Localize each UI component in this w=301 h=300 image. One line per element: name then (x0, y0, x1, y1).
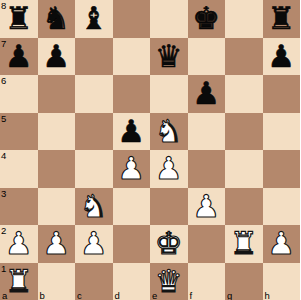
square-f6[interactable]: ♟ (188, 75, 226, 113)
square-h8[interactable]: ♜ (263, 0, 301, 38)
square-h7[interactable]: ♟ (263, 38, 301, 76)
square-c2[interactable]: ♟ (75, 225, 113, 263)
square-h6[interactable] (263, 75, 301, 113)
piece-white-knight[interactable]: ♞ (155, 113, 183, 151)
square-a1[interactable]: 1a♜ (0, 263, 38, 300)
square-a8[interactable]: 8♜ (0, 0, 38, 38)
square-b4[interactable] (38, 150, 76, 188)
square-f2[interactable] (188, 225, 226, 263)
square-a6[interactable]: 6 (0, 75, 38, 113)
square-d6[interactable] (113, 75, 151, 113)
square-f1[interactable]: f (188, 263, 226, 300)
square-h5[interactable] (263, 113, 301, 151)
piece-black-pawn[interactable]: ♟ (117, 113, 145, 151)
square-b1[interactable]: b (38, 263, 76, 300)
square-c1[interactable]: c (75, 263, 113, 300)
square-e4[interactable]: ♟ (150, 150, 188, 188)
square-e5[interactable]: ♞ (150, 113, 188, 151)
piece-white-pawn[interactable]: ♟ (80, 225, 108, 263)
square-c7[interactable] (75, 38, 113, 76)
square-a4[interactable]: 4 (0, 150, 38, 188)
square-e3[interactable] (150, 188, 188, 226)
rank-label-4: 4 (1, 151, 6, 161)
square-c6[interactable] (75, 75, 113, 113)
square-a5[interactable]: 5 (0, 113, 38, 151)
file-label-g: g (227, 291, 232, 300)
piece-black-pawn[interactable]: ♟ (192, 75, 220, 113)
square-g5[interactable] (225, 113, 263, 151)
chess-board: 8♜♞♝♚♜7♟♟♛♟6♟5♟♞4♟♟3♞♟2♟♟♟♚♜♟1a♜bcde♛fgh (0, 0, 300, 300)
rank-label-6: 6 (1, 76, 6, 86)
piece-black-rook[interactable]: ♜ (5, 0, 33, 38)
piece-white-rook[interactable]: ♜ (230, 225, 258, 263)
piece-white-pawn[interactable]: ♟ (267, 225, 295, 263)
square-e8[interactable] (150, 0, 188, 38)
square-d1[interactable]: d (113, 263, 151, 300)
square-c5[interactable] (75, 113, 113, 151)
square-a3[interactable]: 3 (0, 188, 38, 226)
piece-white-pawn[interactable]: ♟ (5, 225, 33, 263)
square-g7[interactable] (225, 38, 263, 76)
square-h3[interactable] (263, 188, 301, 226)
square-e1[interactable]: e♛ (150, 263, 188, 300)
square-f4[interactable] (188, 150, 226, 188)
square-d8[interactable] (113, 0, 151, 38)
file-label-f: f (190, 291, 193, 300)
square-a7[interactable]: 7♟ (0, 38, 38, 76)
square-g3[interactable] (225, 188, 263, 226)
square-b5[interactable] (38, 113, 76, 151)
square-e6[interactable] (150, 75, 188, 113)
square-e7[interactable]: ♛ (150, 38, 188, 76)
piece-black-king[interactable]: ♚ (192, 0, 220, 38)
piece-black-rook[interactable]: ♜ (267, 0, 295, 38)
piece-black-knight[interactable]: ♞ (42, 0, 70, 38)
piece-white-rook[interactable]: ♜ (5, 263, 33, 300)
piece-white-queen[interactable]: ♛ (155, 263, 183, 300)
square-a2[interactable]: 2♟ (0, 225, 38, 263)
file-label-e: e (152, 291, 157, 300)
square-f3[interactable]: ♟ (188, 188, 226, 226)
square-b2[interactable]: ♟ (38, 225, 76, 263)
square-g4[interactable] (225, 150, 263, 188)
file-label-h: h (265, 291, 270, 300)
square-b7[interactable]: ♟ (38, 38, 76, 76)
square-c3[interactable]: ♞ (75, 188, 113, 226)
piece-white-king[interactable]: ♚ (155, 225, 183, 263)
square-d4[interactable]: ♟ (113, 150, 151, 188)
rank-label-3: 3 (1, 189, 6, 199)
square-d3[interactable] (113, 188, 151, 226)
square-d2[interactable] (113, 225, 151, 263)
piece-white-pawn[interactable]: ♟ (192, 188, 220, 226)
piece-white-pawn[interactable]: ♟ (42, 225, 70, 263)
piece-black-queen[interactable]: ♛ (155, 38, 183, 76)
square-d7[interactable] (113, 38, 151, 76)
file-label-a: a (2, 291, 7, 300)
piece-black-pawn[interactable]: ♟ (42, 38, 70, 76)
rank-label-8: 8 (1, 1, 6, 11)
square-h1[interactable]: h (263, 263, 301, 300)
square-e2[interactable]: ♚ (150, 225, 188, 263)
file-label-b: b (40, 291, 45, 300)
square-f7[interactable] (188, 38, 226, 76)
square-g1[interactable]: g (225, 263, 263, 300)
file-label-c: c (77, 291, 82, 300)
square-f8[interactable]: ♚ (188, 0, 226, 38)
piece-black-pawn[interactable]: ♟ (5, 38, 33, 76)
square-g8[interactable] (225, 0, 263, 38)
piece-white-pawn[interactable]: ♟ (155, 150, 183, 188)
square-c4[interactable] (75, 150, 113, 188)
rank-label-1: 1 (1, 264, 6, 274)
rank-label-2: 2 (1, 226, 6, 236)
piece-black-bishop[interactable]: ♝ (80, 0, 108, 38)
rank-label-5: 5 (1, 114, 6, 124)
square-g2[interactable]: ♜ (225, 225, 263, 263)
file-label-d: d (115, 291, 120, 300)
piece-black-pawn[interactable]: ♟ (267, 38, 295, 76)
square-b3[interactable] (38, 188, 76, 226)
square-c8[interactable]: ♝ (75, 0, 113, 38)
square-g6[interactable] (225, 75, 263, 113)
piece-white-pawn[interactable]: ♟ (117, 150, 145, 188)
square-d5[interactable]: ♟ (113, 113, 151, 151)
piece-white-knight[interactable]: ♞ (80, 188, 108, 226)
square-b6[interactable] (38, 75, 76, 113)
square-h4[interactable] (263, 150, 301, 188)
square-b8[interactable]: ♞ (38, 0, 76, 38)
square-f5[interactable] (188, 113, 226, 151)
rank-label-7: 7 (1, 39, 6, 49)
square-h2[interactable]: ♟ (263, 225, 301, 263)
